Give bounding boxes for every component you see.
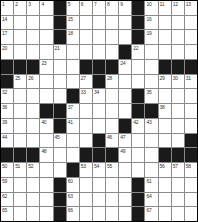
cell-r8c6[interactable]: 37 [67,104,79,118]
clue-number-46: 46 [107,134,112,140]
cell-r10c10[interactable]: 47 [119,134,131,148]
cell-r10c13[interactable] [159,134,171,148]
cell-r1c9[interactable]: 8 [106,1,118,15]
cell-r2c13[interactable] [159,16,171,30]
clue-number-25: 25 [15,75,20,81]
clue-number-6: 6 [81,1,83,7]
cell-r13c9[interactable] [106,178,118,192]
clue-number-43: 43 [146,119,151,125]
clue-number-51: 51 [15,163,20,169]
cell-r5c10[interactable]: 24 [119,60,131,74]
cell-r14c8[interactable] [93,193,105,207]
cell-r4c12[interactable] [145,45,157,59]
clue-number-5: 5 [68,1,70,7]
cell-r7c13[interactable] [159,89,171,103]
cell-r4c6[interactable] [67,45,79,59]
cell-r3c15[interactable] [185,30,197,44]
clue-number-13: 13 [186,1,191,7]
cell-r15c8[interactable] [93,207,105,221]
cell-r15c15[interactable] [185,207,197,221]
clue-number-21: 21 [55,45,60,51]
block-r11c7 [80,148,92,162]
cell-r3c4[interactable] [40,30,52,44]
cell-r7c12[interactable]: 35 [145,89,157,103]
cell-r8c2[interactable] [14,104,26,118]
cell-r13c1[interactable]: 59 [1,178,13,192]
clue-number-23: 23 [41,60,46,66]
cell-r9c1[interactable]: 39 [1,119,13,133]
block-r1c5 [54,1,66,15]
cell-r8c9[interactable] [106,104,118,118]
cell-r13c3[interactable] [27,178,39,192]
cell-r4c11[interactable]: 22 [132,45,144,59]
cell-r7c10[interactable] [119,89,131,103]
clue-number-1: 1 [2,1,4,7]
cell-r4c15[interactable] [185,45,197,59]
clue-number-30: 30 [173,75,178,81]
cell-r5c11[interactable] [132,60,144,74]
cell-r13c15[interactable] [185,178,197,192]
cell-r2c12[interactable]: 16 [145,16,157,30]
cell-r2c14[interactable] [172,16,184,30]
block-r8c11 [132,104,144,118]
cell-r15c14[interactable] [172,207,184,221]
cell-r13c6[interactable]: 60 [67,178,79,192]
cell-r14c14[interactable] [172,193,184,207]
cell-r8c10[interactable] [119,104,131,118]
block-r11c1 [1,148,13,162]
cell-r13c12[interactable]: 61 [145,178,157,192]
cell-r11c12[interactable] [145,148,157,162]
clue-number-3: 3 [28,1,30,7]
clue-number-31: 31 [186,75,191,81]
block-r7c11 [132,89,144,103]
cell-r2c4[interactable] [40,16,52,30]
cell-r6c12[interactable] [145,75,157,89]
cell-r7c4[interactable] [40,89,52,103]
block-r10c8 [93,134,105,148]
block-r7c6 [67,89,79,103]
clue-number-17: 17 [2,30,7,36]
block-r12c6 [67,163,79,177]
block-r4c10 [119,45,131,59]
cell-r14c12[interactable]: 64 [145,193,157,207]
cell-r6c9[interactable]: 28 [106,75,118,89]
clue-number-50: 50 [2,163,7,169]
cell-r15c1[interactable]: 65 [1,207,13,221]
cell-r14c9[interactable] [106,193,118,207]
clue-number-36: 36 [2,104,7,110]
cell-r5c4[interactable]: 23 [40,60,52,74]
cell-r3c10[interactable] [119,30,131,44]
cell-r2c9[interactable] [106,16,118,30]
cell-r10c9[interactable]: 46 [106,134,118,148]
cell-r3c3[interactable] [27,30,39,44]
cell-r11c10[interactable]: 49 [119,148,131,162]
cell-r15c10[interactable] [119,207,131,221]
cell-r9c7[interactable] [80,119,92,133]
cell-r2c1[interactable]: 14 [1,16,13,30]
clue-number-7: 7 [94,1,96,7]
clue-number-16: 16 [146,16,151,22]
block-r10c15 [185,134,197,148]
cell-r10c2[interactable] [14,134,26,148]
block-r5c9 [106,60,118,74]
cell-r9c11[interactable]: 42 [132,119,144,133]
cell-r1c12[interactable]: 10 [145,1,157,15]
cell-r12c8[interactable]: 54 [93,163,105,177]
block-r11c2 [14,148,26,162]
cell-r14c7[interactable] [80,193,92,207]
cell-r2c10[interactable] [119,16,131,30]
block-r11c9 [106,148,118,162]
clue-number-40: 40 [41,119,46,125]
cell-r1c14[interactable]: 12 [172,1,184,15]
clue-number-18: 18 [68,30,73,36]
clue-number-20: 20 [2,45,7,51]
cell-r5c6[interactable] [67,60,79,74]
block-r14c11 [132,193,144,207]
cell-r1c4[interactable]: 4 [40,1,52,15]
cell-r14c4[interactable] [40,193,52,207]
cell-r10c14[interactable] [172,134,184,148]
cell-r12c5[interactable] [54,163,66,177]
clue-number-11: 11 [160,1,165,7]
cell-r15c7[interactable] [80,207,92,221]
block-r2c11 [132,16,144,30]
cell-r13c2[interactable] [14,178,26,192]
block-r5c3 [27,60,39,74]
clue-number-66: 66 [68,207,73,213]
cell-r8c7[interactable] [80,104,92,118]
cell-r12c2[interactable]: 51 [14,163,26,177]
clue-number-33: 33 [81,89,86,95]
cell-r1c6[interactable]: 5 [67,1,79,15]
cell-r12c7[interactable]: 53 [80,163,92,177]
block-r11c14 [172,148,184,162]
cell-r1c15[interactable]: 13 [185,1,197,15]
cell-r11c6[interactable] [67,148,79,162]
block-r11c15 [185,148,197,162]
clue-number-15: 15 [68,16,73,22]
cell-r10c12[interactable] [145,134,157,148]
clue-number-54: 54 [94,163,99,169]
clue-number-53: 53 [81,163,86,169]
clue-number-61: 61 [146,178,151,184]
block-r5c15 [185,60,197,74]
cell-r12c1[interactable]: 50 [1,163,13,177]
cell-r12c11[interactable] [132,163,144,177]
cell-r9c12[interactable]: 43 [145,119,157,133]
clue-number-28: 28 [107,75,112,81]
cell-r12c10[interactable] [119,163,131,177]
clue-number-34: 34 [94,89,99,95]
cell-r6c11[interactable] [132,75,144,89]
cell-r3c1[interactable]: 17 [1,30,13,44]
cell-r7c1[interactable]: 32 [1,89,13,103]
cell-r8c14[interactable] [172,104,184,118]
cell-r6c4[interactable] [40,75,52,89]
cell-r6c6[interactable] [67,75,79,89]
cell-r2c15[interactable] [185,16,197,30]
clue-number-29: 29 [160,75,165,81]
cell-r4c2[interactable] [14,45,26,59]
clue-number-64: 64 [146,193,151,199]
clue-number-65: 65 [2,207,7,213]
cell-r10c6[interactable] [67,134,79,148]
block-r15c5 [54,207,66,221]
block-r11c13 [159,148,171,162]
cell-r15c12[interactable]: 67 [145,207,157,221]
clue-number-42: 42 [133,119,138,125]
clue-number-41: 41 [68,119,73,125]
cell-r12c3[interactable]: 52 [27,163,39,177]
cell-r10c1[interactable]: 44 [1,134,13,148]
clue-number-58: 58 [186,163,191,169]
block-r5c14 [172,60,184,74]
clue-number-52: 52 [28,163,33,169]
block-r15c11 [132,207,144,221]
block-r9c5 [54,119,66,133]
clue-number-44: 44 [2,134,7,140]
clue-number-63: 63 [68,193,73,199]
clue-number-32: 32 [2,89,7,95]
cell-r13c10[interactable] [119,178,131,192]
cell-r14c13[interactable] [159,193,171,207]
cell-r11c5[interactable] [54,148,66,162]
cell-r9c4[interactable]: 40 [40,119,52,133]
clue-number-56: 56 [160,163,165,169]
cell-r1c13[interactable]: 11 [159,1,171,15]
clue-number-22: 22 [133,45,138,51]
cell-r5c5[interactable] [54,60,66,74]
cell-r9c3[interactable] [27,119,39,133]
cell-r1c1[interactable]: 1 [1,1,13,15]
clue-number-55: 55 [107,163,112,169]
block-r2c5 [54,16,66,30]
cell-r11c4[interactable]: 48 [40,148,52,162]
cell-r12c12[interactable] [145,163,157,177]
clue-number-12: 12 [173,1,178,7]
cell-r6c2[interactable]: 25 [14,75,26,89]
cell-r4c13[interactable] [159,45,171,59]
crossword-board: 1234567891011121314151617181920212223242… [0,0,198,222]
cell-r7c15[interactable] [185,89,197,103]
cell-r14c6[interactable]: 63 [67,193,79,207]
clue-number-27: 27 [81,75,86,81]
clue-number-10: 10 [146,1,151,7]
clue-number-8: 8 [107,1,109,7]
cell-r6c3[interactable]: 26 [27,75,39,89]
block-r3c5 [54,30,66,44]
cell-r6c13[interactable]: 29 [159,75,171,89]
block-r8c5 [54,104,66,118]
cell-r10c11[interactable] [132,134,144,148]
clue-number-26: 26 [28,75,33,81]
clue-number-67: 67 [146,207,151,213]
clue-number-35: 35 [146,89,151,95]
cell-r9c9[interactable] [106,119,118,133]
clue-number-47: 47 [120,134,125,140]
cell-r13c13[interactable] [159,178,171,192]
clue-number-60: 60 [68,178,73,184]
cell-r3c2[interactable] [14,30,26,44]
cell-r15c4[interactable] [40,207,52,221]
cell-r7c8[interactable]: 34 [93,89,105,103]
cell-r8c1[interactable]: 36 [1,104,13,118]
cell-r1c7[interactable]: 6 [80,1,92,15]
cell-r1c8[interactable]: 7 [93,1,105,15]
cell-r15c13[interactable] [159,207,171,221]
cell-r9c15[interactable] [185,119,197,133]
cell-r8c8[interactable] [93,104,105,118]
cell-r3c13[interactable] [159,30,171,44]
clue-number-19: 19 [146,30,151,36]
clue-number-4: 4 [41,1,43,7]
block-r6c1 [1,75,13,89]
cell-r15c3[interactable] [27,207,39,221]
cell-r4c4[interactable] [40,45,52,59]
cell-r1c2[interactable]: 2 [14,1,26,15]
cell-r4c1[interactable]: 20 [1,45,13,59]
cell-r5c12[interactable] [145,60,157,74]
clue-number-9: 9 [120,1,122,7]
cell-r15c6[interactable]: 66 [67,207,79,221]
clue-number-59: 59 [2,178,7,184]
cell-r6c15[interactable]: 31 [185,75,197,89]
cell-r7c7[interactable]: 33 [80,89,92,103]
block-r6c8 [93,75,105,89]
cell-r12c14[interactable]: 57 [172,163,184,177]
cell-r4c8[interactable] [93,45,105,59]
cell-r12c13[interactable]: 56 [159,163,171,177]
block-r5c1 [1,60,13,74]
clue-number-57: 57 [173,163,178,169]
cell-r10c4[interactable] [40,134,52,148]
cell-r9c14[interactable] [172,119,184,133]
cell-r7c2[interactable] [14,89,26,103]
cell-r2c2[interactable] [14,16,26,30]
cell-r2c7[interactable] [80,16,92,30]
cell-r3c9[interactable] [106,30,118,44]
cell-r3c14[interactable] [172,30,184,44]
cell-r15c2[interactable] [14,207,26,221]
cell-r12c15[interactable]: 58 [185,163,197,177]
cell-r12c4[interactable] [40,163,52,177]
cell-r13c4[interactable] [40,178,52,192]
cell-r2c3[interactable] [27,16,39,30]
cell-r3c12[interactable]: 19 [145,30,157,44]
cell-r6c14[interactable]: 30 [172,75,184,89]
cell-r10c5[interactable]: 45 [54,134,66,148]
cell-r8c13[interactable]: 38 [159,104,171,118]
cell-r13c14[interactable] [172,178,184,192]
cell-r4c5[interactable]: 21 [54,45,66,59]
cell-r12c9[interactable]: 55 [106,163,118,177]
block-r5c13 [159,60,171,74]
cell-r14c10[interactable] [119,193,131,207]
cell-r14c2[interactable] [14,193,26,207]
cell-r4c14[interactable] [172,45,184,59]
cell-r7c14[interactable] [172,89,184,103]
clue-number-14: 14 [2,16,7,22]
block-r13c5 [54,178,66,192]
cell-r4c7[interactable] [80,45,92,59]
cell-r14c1[interactable]: 62 [1,193,13,207]
clue-number-2: 2 [15,1,17,7]
cell-r2c6[interactable]: 15 [67,16,79,30]
block-r9c10 [119,119,131,133]
cell-r9c6[interactable]: 41 [67,119,79,133]
block-r5c7 [80,60,92,74]
cell-r9c13[interactable] [159,119,171,133]
cell-r9c2[interactable] [14,119,26,133]
block-r3c11 [132,30,144,44]
clue-number-45: 45 [55,134,60,140]
block-r8c4 [40,104,52,118]
cell-r15c9[interactable] [106,207,118,221]
block-r1c11 [132,1,144,15]
cell-r13c7[interactable] [80,178,92,192]
cell-r7c5[interactable] [54,89,66,103]
cell-r4c3[interactable] [27,45,39,59]
clue-number-62: 62 [2,193,7,199]
crossword-grid: 1234567891011121314151617181920212223242… [0,0,198,222]
cell-r9c8[interactable] [93,119,105,133]
clue-number-49: 49 [120,148,125,154]
block-r8c12 [145,104,157,118]
block-r11c3 [27,148,39,162]
cell-r14c3[interactable] [27,193,39,207]
cell-r10c7[interactable] [80,134,92,148]
clue-number-48: 48 [41,148,46,154]
cell-r6c7[interactable]: 27 [80,75,92,89]
clue-number-24: 24 [120,60,125,66]
cell-r4c9[interactable] [106,45,118,59]
clue-number-37: 37 [68,104,73,110]
cell-r8c15[interactable] [185,104,197,118]
block-r11c8 [93,148,105,162]
cell-r14c15[interactable] [185,193,197,207]
cell-r1c10[interactable]: 9 [119,1,131,15]
block-r13c11 [132,178,144,192]
block-r14c5 [54,193,66,207]
block-r5c8 [93,60,105,74]
cell-r13c8[interactable] [93,178,105,192]
cell-r3c8[interactable] [93,30,105,44]
cell-r3c7[interactable] [80,30,92,44]
cell-r8c3[interactable] [27,104,39,118]
cell-r6c10[interactable] [119,75,131,89]
clue-number-38: 38 [160,104,165,110]
cell-r2c8[interactable] [93,16,105,30]
cell-r6c5[interactable] [54,75,66,89]
clue-number-39: 39 [2,119,7,125]
cell-r1c3[interactable]: 3 [27,1,39,15]
cell-r7c9[interactable] [106,89,118,103]
cell-r7c3[interactable] [27,89,39,103]
cell-r3c6[interactable]: 18 [67,30,79,44]
block-r5c2 [14,60,26,74]
cell-r10c3[interactable] [27,134,39,148]
cell-r11c11[interactable] [132,148,144,162]
